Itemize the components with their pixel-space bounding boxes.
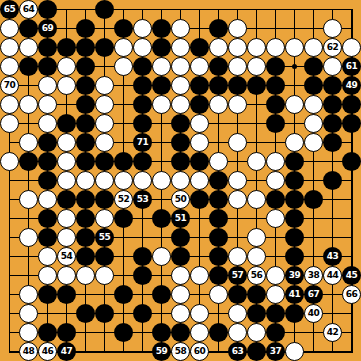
board-cell[interactable]: [323, 171, 342, 190]
board-cell[interactable]: [342, 152, 361, 171]
board-cell[interactable]: [133, 304, 152, 323]
board-cell[interactable]: [247, 342, 266, 361]
board-cell[interactable]: [342, 209, 361, 228]
board-cell[interactable]: [0, 38, 19, 57]
board-cell[interactable]: [133, 247, 152, 266]
board-cell[interactable]: [228, 190, 247, 209]
board-cell[interactable]: [38, 76, 57, 95]
board-cell[interactable]: [114, 304, 133, 323]
board-cell[interactable]: [114, 285, 133, 304]
board-cell[interactable]: [152, 19, 171, 38]
board-cell[interactable]: [95, 323, 114, 342]
board-cell[interactable]: [95, 266, 114, 285]
board-cell[interactable]: [285, 76, 304, 95]
board-cell[interactable]: [247, 190, 266, 209]
board-cell[interactable]: [76, 323, 95, 342]
board-cell[interactable]: [133, 76, 152, 95]
board-cell[interactable]: [247, 76, 266, 95]
board-cell[interactable]: 40: [304, 304, 323, 323]
board-cell[interactable]: [228, 114, 247, 133]
board-cell[interactable]: [152, 133, 171, 152]
board-cell[interactable]: [152, 38, 171, 57]
board-cell[interactable]: [0, 247, 19, 266]
board-cell[interactable]: [76, 152, 95, 171]
board-cell[interactable]: 47: [57, 342, 76, 361]
board-cell[interactable]: [209, 190, 228, 209]
board-cell[interactable]: [342, 190, 361, 209]
board-cell[interactable]: [247, 323, 266, 342]
board-cell[interactable]: 41: [285, 285, 304, 304]
board-cell[interactable]: [209, 0, 228, 19]
board-cell[interactable]: [152, 323, 171, 342]
board-cell[interactable]: [228, 285, 247, 304]
board-cell[interactable]: [304, 38, 323, 57]
board-cell[interactable]: [38, 266, 57, 285]
board-cell[interactable]: [190, 304, 209, 323]
board-cell[interactable]: [171, 228, 190, 247]
board-cell[interactable]: [19, 190, 38, 209]
board-cell[interactable]: [285, 304, 304, 323]
board-cell[interactable]: [152, 247, 171, 266]
board-cell[interactable]: [133, 95, 152, 114]
board-cell[interactable]: [76, 95, 95, 114]
board-cell[interactable]: [133, 19, 152, 38]
board-cell[interactable]: [247, 171, 266, 190]
board-cell[interactable]: [228, 57, 247, 76]
board-cell[interactable]: [266, 190, 285, 209]
board-cell[interactable]: [0, 228, 19, 247]
board-cell[interactable]: [342, 247, 361, 266]
board-cell[interactable]: [76, 171, 95, 190]
board-cell[interactable]: [57, 152, 76, 171]
board-cell[interactable]: [190, 228, 209, 247]
board-cell[interactable]: [266, 266, 285, 285]
board-cell[interactable]: [304, 76, 323, 95]
board-cell[interactable]: [190, 57, 209, 76]
board-cell[interactable]: [171, 133, 190, 152]
board-cell[interactable]: [304, 247, 323, 266]
board-cell[interactable]: [114, 95, 133, 114]
board-cell[interactable]: 55: [95, 228, 114, 247]
board-cell[interactable]: [19, 247, 38, 266]
board-cell[interactable]: [342, 171, 361, 190]
board-cell[interactable]: [266, 285, 285, 304]
board-cell[interactable]: [228, 76, 247, 95]
board-cell[interactable]: [304, 171, 323, 190]
board-cell[interactable]: [247, 57, 266, 76]
board-cell[interactable]: [0, 114, 19, 133]
board-cell[interactable]: [285, 95, 304, 114]
board-cell[interactable]: [57, 190, 76, 209]
board-cell[interactable]: [247, 247, 266, 266]
board-cell[interactable]: [171, 57, 190, 76]
board-cell[interactable]: [152, 171, 171, 190]
board-cell[interactable]: [76, 247, 95, 266]
board-cell[interactable]: [304, 342, 323, 361]
board-cell[interactable]: [76, 57, 95, 76]
board-cell[interactable]: [114, 38, 133, 57]
board-cell[interactable]: [209, 323, 228, 342]
board-cell[interactable]: [228, 38, 247, 57]
board-cell[interactable]: [0, 285, 19, 304]
board-cell[interactable]: [171, 247, 190, 266]
board-cell[interactable]: [190, 152, 209, 171]
board-cell[interactable]: [323, 57, 342, 76]
board-cell[interactable]: [285, 0, 304, 19]
board-cell[interactable]: [57, 304, 76, 323]
board-cell[interactable]: [19, 323, 38, 342]
board-cell[interactable]: [76, 0, 95, 19]
board-cell[interactable]: 58: [171, 342, 190, 361]
board-cell[interactable]: [0, 133, 19, 152]
board-cell[interactable]: [19, 209, 38, 228]
board-cell[interactable]: [190, 247, 209, 266]
board-cell[interactable]: 43: [323, 247, 342, 266]
board-cell[interactable]: 59: [152, 342, 171, 361]
board-cell[interactable]: 39: [285, 266, 304, 285]
board-cell[interactable]: [247, 19, 266, 38]
board-cell[interactable]: [247, 95, 266, 114]
board-cell[interactable]: [190, 38, 209, 57]
board-cell[interactable]: [19, 38, 38, 57]
board-cell[interactable]: [133, 152, 152, 171]
board-cell[interactable]: [266, 209, 285, 228]
board-cell[interactable]: [133, 171, 152, 190]
board-cell[interactable]: [114, 342, 133, 361]
board-cell[interactable]: [171, 285, 190, 304]
board-cell[interactable]: [19, 304, 38, 323]
board-cell[interactable]: [95, 133, 114, 152]
board-cell[interactable]: [304, 133, 323, 152]
board-cell[interactable]: [152, 266, 171, 285]
board-cell[interactable]: [190, 0, 209, 19]
board-cell[interactable]: [95, 304, 114, 323]
board-cell[interactable]: [114, 114, 133, 133]
board-cell[interactable]: [342, 95, 361, 114]
board-cell[interactable]: [152, 228, 171, 247]
board-cell[interactable]: [95, 76, 114, 95]
board-cell[interactable]: [133, 323, 152, 342]
board-cell[interactable]: [76, 228, 95, 247]
board-cell[interactable]: [228, 171, 247, 190]
board-cell[interactable]: [209, 209, 228, 228]
board-cell[interactable]: [266, 228, 285, 247]
board-cell[interactable]: [342, 342, 361, 361]
board-cell[interactable]: [209, 38, 228, 57]
board-cell[interactable]: [304, 209, 323, 228]
board-cell[interactable]: [19, 76, 38, 95]
board-cell[interactable]: 49: [342, 76, 361, 95]
board-cell[interactable]: [152, 76, 171, 95]
board-cell[interactable]: [304, 95, 323, 114]
board-cell[interactable]: [171, 152, 190, 171]
board-cell[interactable]: [133, 342, 152, 361]
board-cell[interactable]: [114, 19, 133, 38]
board-cell[interactable]: [266, 247, 285, 266]
board-cell[interactable]: [57, 133, 76, 152]
board-cell[interactable]: [57, 228, 76, 247]
board-cell[interactable]: [0, 57, 19, 76]
board-cell[interactable]: [209, 171, 228, 190]
board-cell[interactable]: [0, 152, 19, 171]
board-cell[interactable]: [228, 228, 247, 247]
board-cell[interactable]: [76, 133, 95, 152]
board-cell[interactable]: [114, 266, 133, 285]
board-cell[interactable]: [209, 76, 228, 95]
board-cell[interactable]: [228, 19, 247, 38]
board-cell[interactable]: [114, 57, 133, 76]
board-cell[interactable]: [38, 247, 57, 266]
board-cell[interactable]: [247, 228, 266, 247]
board-cell[interactable]: [266, 76, 285, 95]
board-cell[interactable]: [95, 95, 114, 114]
board-cell[interactable]: [285, 228, 304, 247]
board-cell[interactable]: [57, 95, 76, 114]
board-cell[interactable]: [76, 209, 95, 228]
board-cell[interactable]: [342, 38, 361, 57]
board-cell[interactable]: [266, 114, 285, 133]
board-cell[interactable]: [114, 133, 133, 152]
board-cell[interactable]: [114, 323, 133, 342]
board-cell[interactable]: [304, 228, 323, 247]
board-cell[interactable]: [247, 285, 266, 304]
board-cell[interactable]: 38: [304, 266, 323, 285]
board-cell[interactable]: [190, 209, 209, 228]
board-cell[interactable]: [209, 114, 228, 133]
board-cell[interactable]: [285, 247, 304, 266]
board-cell[interactable]: [0, 209, 19, 228]
board-cell[interactable]: [133, 0, 152, 19]
board-cell[interactable]: 45: [342, 266, 361, 285]
board-cell[interactable]: [285, 323, 304, 342]
board-cell[interactable]: [266, 323, 285, 342]
board-cell[interactable]: [57, 266, 76, 285]
board-cell[interactable]: [304, 190, 323, 209]
board-cell[interactable]: 65: [0, 0, 19, 19]
board-cell[interactable]: [285, 57, 304, 76]
board-cell[interactable]: [57, 171, 76, 190]
board-cell[interactable]: 70: [0, 76, 19, 95]
board-cell[interactable]: 66: [342, 285, 361, 304]
board-cell[interactable]: [95, 57, 114, 76]
board-cell[interactable]: [171, 38, 190, 57]
board-cell[interactable]: [57, 38, 76, 57]
board-cell[interactable]: [304, 57, 323, 76]
board-cell[interactable]: [76, 304, 95, 323]
board-cell[interactable]: 62: [323, 38, 342, 57]
board-cell[interactable]: [133, 114, 152, 133]
board-cell[interactable]: 46: [38, 342, 57, 361]
board-cell[interactable]: [323, 228, 342, 247]
board-cell[interactable]: [95, 209, 114, 228]
board-cell[interactable]: [152, 95, 171, 114]
board-cell[interactable]: [133, 228, 152, 247]
board-cell[interactable]: [57, 19, 76, 38]
board-cell[interactable]: [19, 133, 38, 152]
board-cell[interactable]: [209, 247, 228, 266]
board-cell[interactable]: 52: [114, 190, 133, 209]
board-cell[interactable]: [304, 323, 323, 342]
board-cell[interactable]: [285, 114, 304, 133]
board-cell[interactable]: [171, 266, 190, 285]
board-cell[interactable]: [266, 171, 285, 190]
board-cell[interactable]: [152, 209, 171, 228]
board-cell[interactable]: [114, 228, 133, 247]
board-cell[interactable]: [95, 19, 114, 38]
board-cell[interactable]: [190, 171, 209, 190]
board-cell[interactable]: [38, 0, 57, 19]
board-cell[interactable]: [190, 323, 209, 342]
board-cell[interactable]: [323, 133, 342, 152]
board-cell[interactable]: [95, 190, 114, 209]
board-cell[interactable]: [323, 0, 342, 19]
board-cell[interactable]: [133, 266, 152, 285]
board-cell[interactable]: 64: [19, 0, 38, 19]
board-cell[interactable]: [190, 285, 209, 304]
board-cell[interactable]: [228, 95, 247, 114]
board-cell[interactable]: [247, 114, 266, 133]
board-cell[interactable]: [342, 19, 361, 38]
board-cell[interactable]: [171, 0, 190, 19]
board-cell[interactable]: [171, 19, 190, 38]
board-cell[interactable]: [323, 190, 342, 209]
board-cell[interactable]: [133, 57, 152, 76]
board-cell[interactable]: [266, 304, 285, 323]
board-cell[interactable]: 56: [247, 266, 266, 285]
board-cell[interactable]: [0, 266, 19, 285]
board-cell[interactable]: [247, 152, 266, 171]
board-cell[interactable]: [38, 38, 57, 57]
board-cell[interactable]: [266, 133, 285, 152]
board-cell[interactable]: [76, 342, 95, 361]
board-cell[interactable]: [114, 247, 133, 266]
board-cell[interactable]: [133, 38, 152, 57]
board-cell[interactable]: [152, 304, 171, 323]
board-cell[interactable]: [0, 190, 19, 209]
board-cell[interactable]: [247, 209, 266, 228]
board-cell[interactable]: [19, 152, 38, 171]
board-cell[interactable]: [152, 285, 171, 304]
board-cell[interactable]: [285, 38, 304, 57]
board-cell[interactable]: [38, 304, 57, 323]
board-cell[interactable]: [228, 152, 247, 171]
board-cell[interactable]: [190, 76, 209, 95]
board-cell[interactable]: 60: [190, 342, 209, 361]
board-cell[interactable]: [171, 76, 190, 95]
board-cell[interactable]: [209, 228, 228, 247]
board-cell[interactable]: [38, 152, 57, 171]
board-cell[interactable]: [114, 171, 133, 190]
board-cell[interactable]: [76, 266, 95, 285]
board-cell[interactable]: [190, 19, 209, 38]
board-cell[interactable]: [95, 0, 114, 19]
board-cell[interactable]: [247, 304, 266, 323]
board-cell[interactable]: [209, 95, 228, 114]
board-cell[interactable]: [266, 57, 285, 76]
board-cell[interactable]: [95, 342, 114, 361]
board-cell[interactable]: [95, 114, 114, 133]
board-cell[interactable]: [342, 0, 361, 19]
board-cell[interactable]: [209, 133, 228, 152]
board-cell[interactable]: 71: [133, 133, 152, 152]
board-cell[interactable]: [247, 38, 266, 57]
board-cell[interactable]: [209, 266, 228, 285]
board-cell[interactable]: 48: [19, 342, 38, 361]
board-cell[interactable]: [209, 285, 228, 304]
board-cell[interactable]: [57, 209, 76, 228]
board-cell[interactable]: [57, 285, 76, 304]
board-cell[interactable]: [95, 247, 114, 266]
board-cell[interactable]: 44: [323, 266, 342, 285]
board-cell[interactable]: [285, 19, 304, 38]
board-cell[interactable]: [114, 76, 133, 95]
board-cell[interactable]: [228, 133, 247, 152]
board-cell[interactable]: [0, 323, 19, 342]
board-cell[interactable]: [285, 209, 304, 228]
board-cell[interactable]: [19, 266, 38, 285]
board-cell[interactable]: [285, 342, 304, 361]
board-cell[interactable]: [247, 133, 266, 152]
board-cell[interactable]: [323, 304, 342, 323]
board-cell[interactable]: 69: [38, 19, 57, 38]
board-cell[interactable]: [228, 304, 247, 323]
board-cell[interactable]: [114, 0, 133, 19]
board-cell[interactable]: 37: [266, 342, 285, 361]
board-cell[interactable]: [19, 114, 38, 133]
board-cell[interactable]: [0, 95, 19, 114]
board-cell[interactable]: [95, 38, 114, 57]
board-cell[interactable]: [19, 57, 38, 76]
board-cell[interactable]: [152, 57, 171, 76]
board-cell[interactable]: [323, 95, 342, 114]
board-cell[interactable]: [57, 114, 76, 133]
board-cell[interactable]: [76, 285, 95, 304]
board-cell[interactable]: [19, 285, 38, 304]
board-cell[interactable]: [266, 152, 285, 171]
board-cell[interactable]: [323, 209, 342, 228]
board-cell[interactable]: [38, 133, 57, 152]
board-cell[interactable]: [190, 133, 209, 152]
board-cell[interactable]: [0, 19, 19, 38]
board-cell[interactable]: [0, 304, 19, 323]
board-cell[interactable]: [171, 171, 190, 190]
board-cell[interactable]: [57, 57, 76, 76]
board-cell[interactable]: [342, 304, 361, 323]
board-cell[interactable]: [57, 323, 76, 342]
board-cell[interactable]: [323, 152, 342, 171]
board-cell[interactable]: [285, 190, 304, 209]
board-cell[interactable]: [266, 0, 285, 19]
board-cell[interactable]: [323, 19, 342, 38]
board-cell[interactable]: [190, 95, 209, 114]
board-cell[interactable]: [171, 114, 190, 133]
board-cell[interactable]: [76, 114, 95, 133]
board-cell[interactable]: 54: [57, 247, 76, 266]
board-cell[interactable]: [228, 323, 247, 342]
board-cell[interactable]: [19, 171, 38, 190]
board-cell[interactable]: [209, 152, 228, 171]
board-cell[interactable]: [152, 0, 171, 19]
board-cell[interactable]: [209, 342, 228, 361]
board-cell[interactable]: [228, 209, 247, 228]
board-cell[interactable]: [190, 266, 209, 285]
board-cell[interactable]: [342, 228, 361, 247]
board-cell[interactable]: [38, 285, 57, 304]
board-cell[interactable]: [19, 228, 38, 247]
board-cell[interactable]: [304, 0, 323, 19]
board-cell[interactable]: [266, 19, 285, 38]
board-cell[interactable]: 53: [133, 190, 152, 209]
